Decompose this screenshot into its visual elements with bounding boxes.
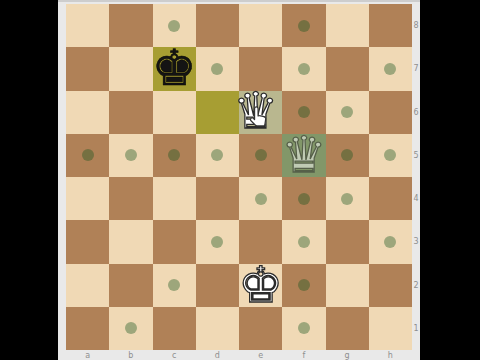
- move-hint-dot[interactable]: [341, 106, 353, 118]
- square-b6[interactable]: [109, 91, 152, 134]
- square-h8[interactable]: [369, 4, 412, 47]
- square-e2[interactable]: ♚: [239, 264, 282, 307]
- square-d3[interactable]: [196, 220, 239, 263]
- square-h2[interactable]: [369, 264, 412, 307]
- rank-label-7: 7: [412, 47, 420, 90]
- square-f8[interactable]: [282, 4, 325, 47]
- file-label-a: a: [66, 350, 109, 360]
- hand-pointer-cursor: [247, 105, 270, 129]
- move-hint-dot[interactable]: [384, 149, 396, 161]
- file-label-d: d: [196, 350, 239, 360]
- square-a2[interactable]: [66, 264, 109, 307]
- square-h7[interactable]: [369, 47, 412, 90]
- video-frame: ♚♛♛♚ abcdefgh 87654321: [0, 0, 480, 360]
- move-hint-dot[interactable]: [298, 193, 310, 205]
- square-a1[interactable]: [66, 307, 109, 350]
- square-c5[interactable]: [153, 134, 196, 177]
- square-b4[interactable]: [109, 177, 152, 220]
- move-hint-dot[interactable]: [298, 322, 310, 334]
- square-d5[interactable]: [196, 134, 239, 177]
- move-hint-dot[interactable]: [168, 149, 180, 161]
- square-g4[interactable]: [326, 177, 369, 220]
- square-c1[interactable]: [153, 307, 196, 350]
- file-label-f: f: [282, 350, 325, 360]
- square-c4[interactable]: [153, 177, 196, 220]
- square-b3[interactable]: [109, 220, 152, 263]
- square-d1[interactable]: [196, 307, 239, 350]
- rank-label-6: 6: [412, 91, 420, 134]
- rank-label-8: 8: [412, 4, 420, 47]
- white-queen-ghost[interactable]: ♛: [282, 134, 325, 177]
- file-label-g: g: [326, 350, 369, 360]
- move-hint-dot[interactable]: [298, 106, 310, 118]
- move-hint-dot[interactable]: [298, 63, 310, 75]
- board-panel: ♚♛♛♚ abcdefgh 87654321: [58, 0, 420, 360]
- square-f1[interactable]: [282, 307, 325, 350]
- move-hint-dot[interactable]: [168, 20, 180, 32]
- square-h1[interactable]: [369, 307, 412, 350]
- square-c7[interactable]: ♚: [153, 47, 196, 90]
- square-h3[interactable]: [369, 220, 412, 263]
- move-hint-dot[interactable]: [211, 63, 223, 75]
- rank-label-2: 2: [412, 264, 420, 307]
- square-f3[interactable]: [282, 220, 325, 263]
- move-hint-dot[interactable]: [298, 236, 310, 248]
- square-g8[interactable]: [326, 4, 369, 47]
- file-label-c: c: [153, 350, 196, 360]
- move-hint-dot[interactable]: [211, 236, 223, 248]
- rank-label-5: 5: [412, 134, 420, 177]
- rank-label-1: 1: [412, 307, 420, 350]
- square-e4[interactable]: [239, 177, 282, 220]
- square-h6[interactable]: [369, 91, 412, 134]
- square-e6[interactable]: ♛: [239, 91, 282, 134]
- move-hint-dot[interactable]: [341, 149, 353, 161]
- move-hint-dot[interactable]: [255, 149, 267, 161]
- square-g1[interactable]: [326, 307, 369, 350]
- square-b8[interactable]: [109, 4, 152, 47]
- rank-label-4: 4: [412, 177, 420, 220]
- move-hint-dot[interactable]: [298, 20, 310, 32]
- square-d4[interactable]: [196, 177, 239, 220]
- square-d2[interactable]: [196, 264, 239, 307]
- move-hint-dot[interactable]: [384, 236, 396, 248]
- move-hint-dot[interactable]: [384, 63, 396, 75]
- square-g2[interactable]: [326, 264, 369, 307]
- white-king[interactable]: ♚: [239, 264, 282, 307]
- square-b5[interactable]: [109, 134, 152, 177]
- square-c3[interactable]: [153, 220, 196, 263]
- file-label-b: b: [109, 350, 152, 360]
- move-hint-dot[interactable]: [298, 279, 310, 291]
- square-c2[interactable]: [153, 264, 196, 307]
- square-a4[interactable]: [66, 177, 109, 220]
- square-e5[interactable]: [239, 134, 282, 177]
- square-b7[interactable]: [109, 47, 152, 90]
- square-g3[interactable]: [326, 220, 369, 263]
- square-a7[interactable]: [66, 47, 109, 90]
- square-b2[interactable]: [109, 264, 152, 307]
- move-hint-dot[interactable]: [168, 279, 180, 291]
- move-hint-dot[interactable]: [211, 149, 223, 161]
- move-hint-dot[interactable]: [125, 149, 137, 161]
- square-h4[interactable]: [369, 177, 412, 220]
- square-g7[interactable]: [326, 47, 369, 90]
- square-e8[interactable]: [239, 4, 282, 47]
- move-hint-dot[interactable]: [82, 149, 94, 161]
- square-b1[interactable]: [109, 307, 152, 350]
- black-king[interactable]: ♚: [153, 47, 196, 90]
- square-g6[interactable]: [326, 91, 369, 134]
- move-hint-dot[interactable]: [255, 193, 267, 205]
- file-label-e: e: [239, 350, 282, 360]
- square-a5[interactable]: [66, 134, 109, 177]
- square-a3[interactable]: [66, 220, 109, 263]
- square-a6[interactable]: [66, 91, 109, 134]
- square-a8[interactable]: [66, 4, 109, 47]
- square-h5[interactable]: [369, 134, 412, 177]
- file-label-h: h: [369, 350, 412, 360]
- chess-board: ♚♛♛♚: [66, 4, 412, 350]
- rank-label-3: 3: [412, 220, 420, 263]
- square-g5[interactable]: [326, 134, 369, 177]
- square-f5[interactable]: ♛: [282, 134, 325, 177]
- square-f7[interactable]: [282, 47, 325, 90]
- square-d8[interactable]: [196, 4, 239, 47]
- square-f2[interactable]: [282, 264, 325, 307]
- move-hint-dot[interactable]: [125, 322, 137, 334]
- move-hint-dot[interactable]: [341, 193, 353, 205]
